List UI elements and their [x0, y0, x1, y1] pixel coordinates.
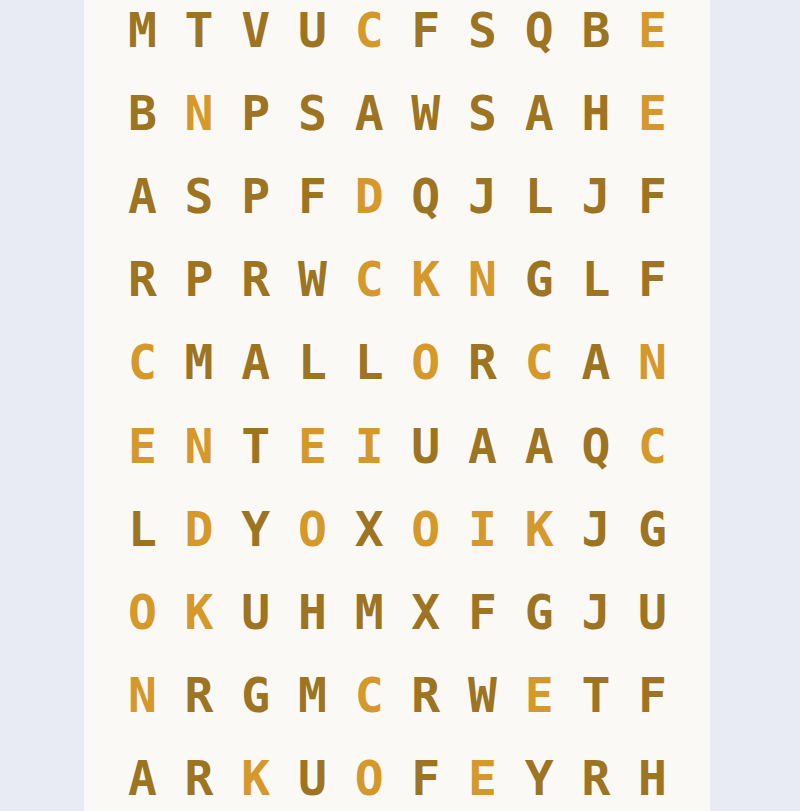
puzzle-panel: MTVUCFSQBEBNPSAWSAHEASPFDQJLJFRPRWCKNGLF… — [84, 0, 710, 811]
grid-cell-r7c4[interactable]: O — [284, 487, 341, 570]
grid-cell-r8c9[interactable]: J — [568, 570, 625, 653]
grid-cell-r2c1[interactable]: B — [114, 71, 171, 154]
grid-cell-r1c3[interactable]: V — [227, 0, 284, 71]
grid-cell-r4c6[interactable]: K — [397, 238, 454, 321]
grid-cell-r2c9[interactable]: H — [568, 71, 625, 154]
grid-cell-r8c5[interactable]: M — [341, 570, 398, 653]
grid-cell-r5c4[interactable]: L — [284, 321, 341, 404]
grid-cell-r10c7[interactable]: E — [454, 737, 511, 811]
grid-cell-r7c3[interactable]: Y — [227, 487, 284, 570]
grid-cell-r3c1[interactable]: A — [114, 154, 171, 237]
grid-cell-r7c5[interactable]: X — [341, 487, 398, 570]
grid-cell-r1c6[interactable]: F — [397, 0, 454, 71]
grid-cell-r3c4[interactable]: F — [284, 154, 341, 237]
grid-cell-r10c10[interactable]: H — [624, 737, 681, 811]
grid-cell-r8c7[interactable]: F — [454, 570, 511, 653]
grid-cell-r3c5[interactable]: D — [341, 154, 398, 237]
grid-cell-r10c2[interactable]: R — [171, 737, 228, 811]
grid-cell-r8c2[interactable]: K — [171, 570, 228, 653]
grid-cell-r2c5[interactable]: A — [341, 71, 398, 154]
grid-cell-r5c10[interactable]: N — [624, 321, 681, 404]
grid-cell-r2c4[interactable]: S — [284, 71, 341, 154]
grid-cell-r3c7[interactable]: J — [454, 154, 511, 237]
grid-cell-r2c7[interactable]: S — [454, 71, 511, 154]
grid-cell-r4c7[interactable]: N — [454, 238, 511, 321]
grid-cell-r1c5[interactable]: C — [341, 0, 398, 71]
grid-cell-r5c8[interactable]: C — [511, 321, 568, 404]
grid-cell-r7c9[interactable]: J — [568, 487, 625, 570]
grid-cell-r5c9[interactable]: A — [568, 321, 625, 404]
grid-cell-r1c1[interactable]: M — [114, 0, 171, 71]
grid-cell-r1c2[interactable]: T — [171, 0, 228, 71]
grid-cell-r6c1[interactable]: E — [114, 404, 171, 487]
grid-cell-r9c2[interactable]: R — [171, 654, 228, 737]
grid-cell-r8c6[interactable]: X — [397, 570, 454, 653]
grid-cell-r8c4[interactable]: H — [284, 570, 341, 653]
grid-cell-r1c8[interactable]: Q — [511, 0, 568, 71]
grid-cell-r7c6[interactable]: O — [397, 487, 454, 570]
grid-cell-r10c5[interactable]: O — [341, 737, 398, 811]
grid-cell-r4c2[interactable]: P — [171, 238, 228, 321]
grid-cell-r6c10[interactable]: C — [624, 404, 681, 487]
grid-cell-r3c3[interactable]: P — [227, 154, 284, 237]
grid-cell-r6c8[interactable]: A — [511, 404, 568, 487]
grid-cell-r1c10[interactable]: E — [624, 0, 681, 71]
grid-cell-r9c10[interactable]: F — [624, 654, 681, 737]
grid-cell-r9c9[interactable]: T — [568, 654, 625, 737]
page-background: MTVUCFSQBEBNPSAWSAHEASPFDQJLJFRPRWCKNGLF… — [0, 0, 800, 811]
grid-cell-r6c6[interactable]: U — [397, 404, 454, 487]
grid-cell-r4c9[interactable]: L — [568, 238, 625, 321]
grid-cell-r1c4[interactable]: U — [284, 0, 341, 71]
grid-cell-r9c6[interactable]: R — [397, 654, 454, 737]
grid-cell-r10c6[interactable]: F — [397, 737, 454, 811]
grid-cell-r4c5[interactable]: C — [341, 238, 398, 321]
grid-cell-r4c8[interactable]: G — [511, 238, 568, 321]
grid-cell-r5c2[interactable]: M — [171, 321, 228, 404]
grid-cell-r8c8[interactable]: G — [511, 570, 568, 653]
grid-cell-r5c3[interactable]: A — [227, 321, 284, 404]
grid-cell-r6c2[interactable]: N — [171, 404, 228, 487]
grid-cell-r7c1[interactable]: L — [114, 487, 171, 570]
grid-cell-r6c4[interactable]: E — [284, 404, 341, 487]
grid-cell-r10c4[interactable]: U — [284, 737, 341, 811]
grid-cell-r3c9[interactable]: J — [568, 154, 625, 237]
grid-cell-r9c5[interactable]: C — [341, 654, 398, 737]
grid-cell-r1c7[interactable]: S — [454, 0, 511, 71]
grid-cell-r7c2[interactable]: D — [171, 487, 228, 570]
grid-cell-r7c7[interactable]: I — [454, 487, 511, 570]
grid-cell-r6c5[interactable]: I — [341, 404, 398, 487]
grid-cell-r3c8[interactable]: L — [511, 154, 568, 237]
grid-cell-r7c8[interactable]: K — [511, 487, 568, 570]
grid-cell-r8c10[interactable]: U — [624, 570, 681, 653]
grid-cell-r2c2[interactable]: N — [171, 71, 228, 154]
grid-cell-r2c3[interactable]: P — [227, 71, 284, 154]
grid-cell-r9c4[interactable]: M — [284, 654, 341, 737]
grid-cell-r8c1[interactable]: O — [114, 570, 171, 653]
grid-cell-r5c1[interactable]: C — [114, 321, 171, 404]
grid-cell-r9c7[interactable]: W — [454, 654, 511, 737]
grid-cell-r4c3[interactable]: R — [227, 238, 284, 321]
grid-cell-r4c10[interactable]: F — [624, 238, 681, 321]
grid-cell-r4c4[interactable]: W — [284, 238, 341, 321]
grid-cell-r10c1[interactable]: A — [114, 737, 171, 811]
grid-cell-r5c6[interactable]: O — [397, 321, 454, 404]
grid-cell-r8c3[interactable]: U — [227, 570, 284, 653]
grid-cell-r10c8[interactable]: Y — [511, 737, 568, 811]
grid-cell-r6c7[interactable]: A — [454, 404, 511, 487]
grid-cell-r6c3[interactable]: T — [227, 404, 284, 487]
grid-cell-r5c7[interactable]: R — [454, 321, 511, 404]
grid-cell-r10c9[interactable]: R — [568, 737, 625, 811]
grid-cell-r7c10[interactable]: G — [624, 487, 681, 570]
grid-cell-r2c10[interactable]: E — [624, 71, 681, 154]
grid-cell-r4c1[interactable]: R — [114, 238, 171, 321]
grid-cell-r3c2[interactable]: S — [171, 154, 228, 237]
grid-cell-r9c1[interactable]: N — [114, 654, 171, 737]
grid-cell-r2c8[interactable]: A — [511, 71, 568, 154]
grid-cell-r3c6[interactable]: Q — [397, 154, 454, 237]
grid-cell-r10c3[interactable]: K — [227, 737, 284, 811]
word-search-grid: MTVUCFSQBEBNPSAWSAHEASPFDQJLJFRPRWCKNGLF… — [114, 0, 681, 811]
grid-cell-r9c8[interactable]: E — [511, 654, 568, 737]
grid-cell-r5c5[interactable]: L — [341, 321, 398, 404]
grid-cell-r2c6[interactable]: W — [397, 71, 454, 154]
grid-cell-r6c9[interactable]: Q — [568, 404, 625, 487]
grid-cell-r3c10[interactable]: F — [624, 154, 681, 237]
grid-cell-r1c9[interactable]: B — [568, 0, 625, 71]
grid-cell-r9c3[interactable]: G — [227, 654, 284, 737]
